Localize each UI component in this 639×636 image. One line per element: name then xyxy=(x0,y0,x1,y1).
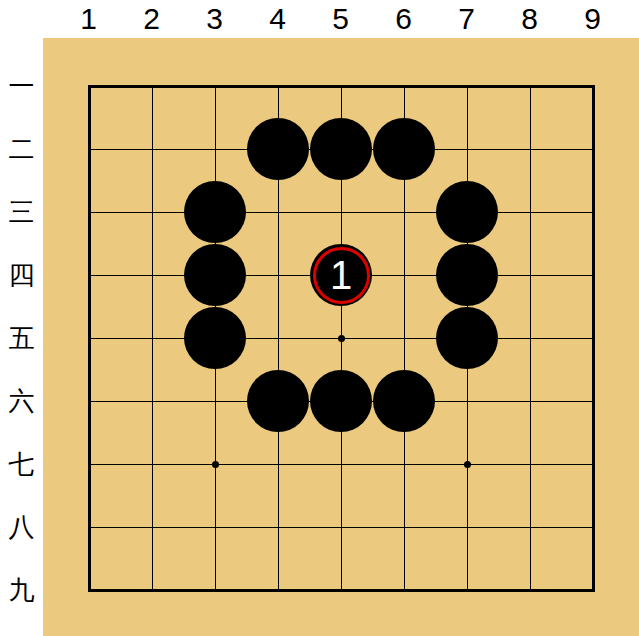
intersection-4-1[interactable] xyxy=(247,55,310,118)
column-labels: 123456789 xyxy=(57,0,624,37)
row-label-9: 九 xyxy=(0,559,43,622)
intersection-8-1[interactable] xyxy=(499,55,562,118)
intersection-1-3[interactable] xyxy=(58,181,121,244)
intersection-2-2[interactable] xyxy=(121,118,184,181)
intersection-9-7[interactable] xyxy=(562,433,625,496)
intersection-6-1[interactable] xyxy=(373,55,436,118)
column-label-8: 8 xyxy=(498,0,561,37)
intersection-8-6[interactable] xyxy=(499,370,562,433)
row-label-7: 七 xyxy=(0,433,43,496)
intersection-4-3[interactable] xyxy=(247,181,310,244)
column-label-9: 9 xyxy=(561,0,624,37)
row-label-4: 四 xyxy=(0,244,43,307)
intersection-7-1[interactable] xyxy=(436,55,499,118)
intersection-1-1[interactable] xyxy=(58,55,121,118)
intersection-8-2[interactable] xyxy=(499,118,562,181)
intersection-1-2[interactable] xyxy=(58,118,121,181)
intersection-7-4[interactable] xyxy=(436,244,499,307)
column-label-7: 7 xyxy=(435,0,498,37)
intersection-2-9[interactable] xyxy=(121,559,184,622)
black-stone xyxy=(184,181,246,243)
intersection-1-6[interactable] xyxy=(58,370,121,433)
intersection-9-4[interactable] xyxy=(562,244,625,307)
intersection-6-4[interactable] xyxy=(373,244,436,307)
row-label-1: 一 xyxy=(0,55,43,118)
intersection-3-4[interactable] xyxy=(184,244,247,307)
column-label-1: 1 xyxy=(57,0,120,37)
intersection-1-7[interactable] xyxy=(58,433,121,496)
intersection-1-4[interactable] xyxy=(58,244,121,307)
intersection-5-2[interactable] xyxy=(310,118,373,181)
intersection-5-8[interactable] xyxy=(310,496,373,559)
board-grid: 1 xyxy=(58,55,625,622)
intersection-2-7[interactable] xyxy=(121,433,184,496)
intersection-2-3[interactable] xyxy=(121,181,184,244)
intersection-8-3[interactable] xyxy=(499,181,562,244)
intersection-8-5[interactable] xyxy=(499,307,562,370)
intersection-5-9[interactable] xyxy=(310,559,373,622)
intersection-7-5[interactable] xyxy=(436,307,499,370)
black-stone xyxy=(247,118,309,180)
goban: 1 xyxy=(43,38,639,636)
intersection-3-6[interactable] xyxy=(184,370,247,433)
column-label-3: 3 xyxy=(183,0,246,37)
intersection-1-8[interactable] xyxy=(58,496,121,559)
row-label-3: 三 xyxy=(0,181,43,244)
intersection-5-4[interactable]: 1 xyxy=(310,244,373,307)
intersection-5-1[interactable] xyxy=(310,55,373,118)
intersection-9-3[interactable] xyxy=(562,181,625,244)
intersection-2-4[interactable] xyxy=(121,244,184,307)
intersection-4-8[interactable] xyxy=(247,496,310,559)
black-stone xyxy=(310,370,372,432)
intersection-2-1[interactable] xyxy=(121,55,184,118)
intersection-5-3[interactable] xyxy=(310,181,373,244)
intersection-2-6[interactable] xyxy=(121,370,184,433)
intersection-9-1[interactable] xyxy=(562,55,625,118)
column-label-6: 6 xyxy=(372,0,435,37)
intersection-4-4[interactable] xyxy=(247,244,310,307)
intersection-5-7[interactable] xyxy=(310,433,373,496)
intersection-7-2[interactable] xyxy=(436,118,499,181)
intersection-6-9[interactable] xyxy=(373,559,436,622)
intersection-4-5[interactable] xyxy=(247,307,310,370)
intersection-7-7[interactable] xyxy=(436,433,499,496)
column-label-2: 2 xyxy=(120,0,183,37)
intersection-7-6[interactable] xyxy=(436,370,499,433)
intersection-6-8[interactable] xyxy=(373,496,436,559)
intersection-6-6[interactable] xyxy=(373,370,436,433)
intersection-3-9[interactable] xyxy=(184,559,247,622)
intersection-5-5[interactable] xyxy=(310,307,373,370)
black-stone xyxy=(373,118,435,180)
intersection-9-2[interactable] xyxy=(562,118,625,181)
intersection-9-5[interactable] xyxy=(562,307,625,370)
intersection-3-8[interactable] xyxy=(184,496,247,559)
intersection-4-7[interactable] xyxy=(247,433,310,496)
intersection-8-8[interactable] xyxy=(499,496,562,559)
black-stone xyxy=(247,370,309,432)
row-label-5: 五 xyxy=(0,307,43,370)
intersection-4-2[interactable] xyxy=(247,118,310,181)
black-stone xyxy=(436,244,498,306)
intersection-6-3[interactable] xyxy=(373,181,436,244)
row-labels: 一二三四五六七八九 xyxy=(0,55,43,622)
black-stone xyxy=(310,118,372,180)
row-label-2: 二 xyxy=(0,118,43,181)
black-stone xyxy=(436,181,498,243)
intersection-8-4[interactable] xyxy=(499,244,562,307)
intersection-9-6[interactable] xyxy=(562,370,625,433)
intersection-6-5[interactable] xyxy=(373,307,436,370)
intersection-4-6[interactable] xyxy=(247,370,310,433)
intersection-4-9[interactable] xyxy=(247,559,310,622)
intersection-1-9[interactable] xyxy=(58,559,121,622)
column-label-5: 5 xyxy=(309,0,372,37)
intersection-3-5[interactable] xyxy=(184,307,247,370)
black-stone xyxy=(373,370,435,432)
intersection-5-6[interactable] xyxy=(310,370,373,433)
intersection-3-7[interactable] xyxy=(184,433,247,496)
intersection-6-7[interactable] xyxy=(373,433,436,496)
intersection-8-9[interactable] xyxy=(499,559,562,622)
column-label-4: 4 xyxy=(246,0,309,37)
row-label-8: 八 xyxy=(0,496,43,559)
intersection-7-9[interactable] xyxy=(436,559,499,622)
black-stone xyxy=(436,307,498,369)
intersection-1-5[interactable] xyxy=(58,307,121,370)
intersection-9-9[interactable] xyxy=(562,559,625,622)
intersection-3-1[interactable] xyxy=(184,55,247,118)
intersection-2-5[interactable] xyxy=(121,307,184,370)
intersection-8-7[interactable] xyxy=(499,433,562,496)
intersection-3-2[interactable] xyxy=(184,118,247,181)
black-stone xyxy=(184,307,246,369)
move-number-label: 1 xyxy=(330,255,352,295)
black-stone-move-1: 1 xyxy=(310,244,372,306)
intersection-9-8[interactable] xyxy=(562,496,625,559)
intersection-3-3[interactable] xyxy=(184,181,247,244)
intersection-7-3[interactable] xyxy=(436,181,499,244)
black-stone xyxy=(184,244,246,306)
intersection-6-2[interactable] xyxy=(373,118,436,181)
intersection-7-8[interactable] xyxy=(436,496,499,559)
intersection-2-8[interactable] xyxy=(121,496,184,559)
row-label-6: 六 xyxy=(0,370,43,433)
